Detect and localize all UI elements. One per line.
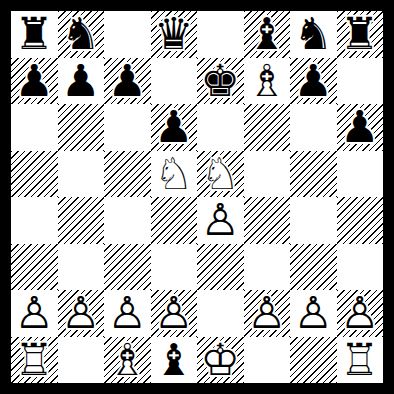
square-e7[interactable]: ♚♚ (197, 58, 244, 105)
square-h2[interactable]: ♟♙ (337, 290, 384, 337)
square-d4[interactable] (151, 197, 198, 244)
board-frame: ♜♜♞♞♛♛♝♝♞♞♜♜♟♟♟♟♟♟♚♚♝♗♟♟♟♟♟♟♞♘♞♘♟♙♟♙♟♙♟♙… (0, 0, 394, 394)
piece-glyph-white-pawn: ♙ (245, 290, 289, 334)
piece-glyph-black-bishop: ♝ (245, 11, 289, 55)
square-h6[interactable]: ♟♟ (337, 104, 384, 151)
piece-glyph-white-pawn: ♙ (105, 290, 149, 334)
square-h7[interactable] (337, 58, 384, 105)
piece-glyph-white-bishop: ♗ (105, 337, 149, 381)
piece-glyph-black-knight: ♞ (59, 11, 103, 55)
square-g4[interactable] (290, 197, 337, 244)
square-c6[interactable] (104, 104, 151, 151)
square-b6[interactable] (58, 104, 105, 151)
piece-white-knight[interactable]: ♞♘ (198, 152, 242, 196)
piece-white-bishop[interactable]: ♝♗ (105, 338, 149, 382)
square-d1[interactable]: ♝♝ (151, 337, 198, 384)
piece-glyph-black-pawn: ♟ (291, 58, 335, 102)
piece-white-bishop[interactable]: ♝♗ (245, 59, 289, 103)
piece-glyph-white-pawn: ♙ (59, 290, 103, 334)
piece-white-pawn[interactable]: ♟♙ (12, 291, 56, 335)
square-e6[interactable] (197, 104, 244, 151)
piece-glyph-black-pawn: ♟ (338, 104, 382, 148)
piece-glyph-black-rook: ♜ (12, 11, 56, 55)
square-c8[interactable] (104, 11, 151, 58)
piece-glyph-white-rook: ♖ (338, 337, 382, 381)
square-c5[interactable] (104, 151, 151, 198)
piece-glyph-white-knight: ♘ (198, 151, 242, 195)
piece-white-rook[interactable]: ♜♖ (338, 338, 382, 382)
square-h5[interactable] (337, 151, 384, 198)
square-a8[interactable]: ♜♜ (11, 11, 58, 58)
piece-glyph-black-pawn: ♟ (59, 58, 103, 102)
square-e5[interactable]: ♞♘ (197, 151, 244, 198)
square-g3[interactable] (290, 244, 337, 291)
square-h3[interactable] (337, 244, 384, 291)
piece-white-rook[interactable]: ♜♖ (12, 338, 56, 382)
square-e4[interactable]: ♟♙ (197, 197, 244, 244)
square-d7[interactable] (151, 58, 198, 105)
square-c7[interactable]: ♟♟ (104, 58, 151, 105)
square-b5[interactable] (58, 151, 105, 198)
piece-glyph-black-pawn: ♟ (12, 58, 56, 102)
square-d6[interactable]: ♟♟ (151, 104, 198, 151)
piece-white-king[interactable]: ♚♔ (198, 338, 242, 382)
piece-white-pawn[interactable]: ♟♙ (152, 291, 196, 335)
piece-glyph-white-rook: ♖ (12, 337, 56, 381)
chess-board: ♜♜♞♞♛♛♝♝♞♞♜♜♟♟♟♟♟♟♚♚♝♗♟♟♟♟♟♟♞♘♞♘♟♙♟♙♟♙♟♙… (11, 11, 383, 383)
square-c3[interactable] (104, 244, 151, 291)
piece-glyph-white-pawn: ♙ (338, 290, 382, 334)
square-e1[interactable]: ♚♔ (197, 337, 244, 384)
piece-glyph-white-pawn: ♙ (291, 290, 335, 334)
square-e3[interactable] (197, 244, 244, 291)
piece-white-pawn[interactable]: ♟♙ (59, 291, 103, 335)
piece-white-knight[interactable]: ♞♘ (152, 152, 196, 196)
square-a3[interactable] (11, 244, 58, 291)
square-e2[interactable] (197, 290, 244, 337)
square-a7[interactable]: ♟♟ (11, 58, 58, 105)
piece-glyph-black-bishop: ♝ (152, 337, 196, 381)
square-f6[interactable] (244, 104, 291, 151)
square-f8[interactable]: ♝♝ (244, 11, 291, 58)
piece-black-king[interactable]: ♚♚ (198, 59, 242, 103)
piece-black-knight[interactable]: ♞♞ (291, 12, 335, 56)
piece-black-pawn[interactable]: ♟♟ (12, 59, 56, 103)
square-d5[interactable]: ♞♘ (151, 151, 198, 198)
square-c4[interactable] (104, 197, 151, 244)
piece-glyph-black-king: ♚ (198, 58, 242, 102)
square-f2[interactable]: ♟♙ (244, 290, 291, 337)
piece-glyph-black-rook: ♜ (338, 11, 382, 55)
square-a5[interactable] (11, 151, 58, 198)
square-f5[interactable] (244, 151, 291, 198)
piece-glyph-white-pawn: ♙ (12, 290, 56, 334)
square-g5[interactable] (290, 151, 337, 198)
square-d8[interactable]: ♛♛ (151, 11, 198, 58)
piece-white-pawn[interactable]: ♟♙ (338, 291, 382, 335)
piece-glyph-black-pawn: ♟ (152, 104, 196, 148)
piece-glyph-white-king: ♔ (198, 337, 242, 381)
piece-glyph-black-pawn: ♟ (105, 58, 149, 102)
piece-black-rook[interactable]: ♜♜ (338, 12, 382, 56)
piece-black-queen[interactable]: ♛♛ (152, 12, 196, 56)
piece-glyph-white-knight: ♘ (152, 151, 196, 195)
piece-black-bishop[interactable]: ♝♝ (152, 338, 196, 382)
square-d2[interactable]: ♟♙ (151, 290, 198, 337)
square-h4[interactable] (337, 197, 384, 244)
piece-black-pawn[interactable]: ♟♟ (105, 59, 149, 103)
piece-glyph-black-knight: ♞ (291, 11, 335, 55)
square-c2[interactable]: ♟♙ (104, 290, 151, 337)
square-g6[interactable] (290, 104, 337, 151)
square-a4[interactable] (11, 197, 58, 244)
square-f7[interactable]: ♝♗ (244, 58, 291, 105)
square-c1[interactable]: ♝♗ (104, 337, 151, 384)
piece-white-pawn[interactable]: ♟♙ (291, 291, 335, 335)
square-h8[interactable]: ♜♜ (337, 11, 384, 58)
square-g7[interactable]: ♟♟ (290, 58, 337, 105)
piece-glyph-white-pawn: ♙ (152, 290, 196, 334)
piece-black-pawn[interactable]: ♟♟ (338, 105, 382, 149)
piece-glyph-black-queen: ♛ (152, 11, 196, 55)
piece-white-pawn[interactable]: ♟♙ (245, 291, 289, 335)
square-a6[interactable] (11, 104, 58, 151)
square-f1[interactable] (244, 337, 291, 384)
square-b1[interactable] (58, 337, 105, 384)
square-f4[interactable] (244, 197, 291, 244)
piece-glyph-white-bishop: ♗ (245, 58, 289, 102)
piece-black-bishop[interactable]: ♝♝ (245, 12, 289, 56)
piece-black-pawn[interactable]: ♟♟ (152, 105, 196, 149)
piece-white-pawn[interactable]: ♟♙ (105, 291, 149, 335)
piece-black-rook[interactable]: ♜♜ (12, 12, 56, 56)
square-b8[interactable]: ♞♞ (58, 11, 105, 58)
square-d3[interactable] (151, 244, 198, 291)
piece-black-pawn[interactable]: ♟♟ (291, 59, 335, 103)
square-f3[interactable] (244, 244, 291, 291)
square-g8[interactable]: ♞♞ (290, 11, 337, 58)
square-a2[interactable]: ♟♙ (11, 290, 58, 337)
piece-black-pawn[interactable]: ♟♟ (59, 59, 103, 103)
piece-black-knight[interactable]: ♞♞ (59, 12, 103, 56)
square-b4[interactable] (58, 197, 105, 244)
square-e8[interactable] (197, 11, 244, 58)
piece-white-pawn[interactable]: ♟♙ (198, 198, 242, 242)
piece-glyph-white-pawn: ♙ (198, 197, 242, 241)
square-b7[interactable]: ♟♟ (58, 58, 105, 105)
square-g2[interactable]: ♟♙ (290, 290, 337, 337)
square-h1[interactable]: ♜♖ (337, 337, 384, 384)
square-b3[interactable] (58, 244, 105, 291)
square-a1[interactable]: ♜♖ (11, 337, 58, 384)
square-b2[interactable]: ♟♙ (58, 290, 105, 337)
square-g1[interactable] (290, 337, 337, 384)
